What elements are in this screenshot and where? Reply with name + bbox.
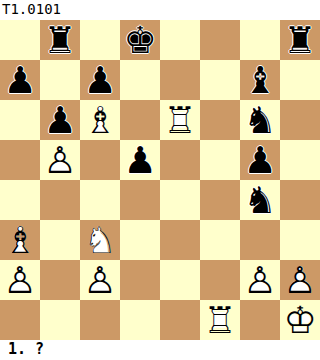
black-pawn: ♟	[240, 140, 280, 180]
square-f8[interactable]	[200, 20, 240, 60]
black-rook: ♜	[280, 20, 320, 60]
square-c8[interactable]	[80, 20, 120, 60]
square-a1[interactable]	[0, 300, 40, 340]
square-d4[interactable]	[120, 180, 160, 220]
square-f6[interactable]	[200, 100, 240, 140]
white-bishop: ♝	[80, 100, 120, 140]
white-pawn-outline: ♙	[0, 260, 40, 300]
square-d5[interactable]: ♟	[120, 140, 160, 180]
square-d3[interactable]	[120, 220, 160, 260]
black-bishop: ♝	[240, 60, 280, 100]
diagram-id-label: T1.0101	[2, 0, 61, 20]
square-h3[interactable]	[280, 220, 320, 260]
square-a3[interactable]: ♝♗	[0, 220, 40, 260]
square-b2[interactable]	[40, 260, 80, 300]
square-a2[interactable]: ♟♙	[0, 260, 40, 300]
square-f7[interactable]	[200, 60, 240, 100]
square-e6[interactable]: ♜♖	[160, 100, 200, 140]
square-e4[interactable]	[160, 180, 200, 220]
square-d1[interactable]	[120, 300, 160, 340]
square-g7[interactable]: ♝	[240, 60, 280, 100]
white-pawn-outline: ♙	[40, 140, 80, 180]
white-rook-outline: ♖	[200, 300, 240, 340]
white-pawn: ♟	[40, 140, 80, 180]
white-bishop-outline: ♗	[80, 100, 120, 140]
white-rook: ♜	[200, 300, 240, 340]
square-d7[interactable]	[120, 60, 160, 100]
square-b5[interactable]: ♟♙	[40, 140, 80, 180]
square-f3[interactable]	[200, 220, 240, 260]
square-e7[interactable]	[160, 60, 200, 100]
black-knight: ♞	[240, 180, 280, 220]
black-king: ♚	[120, 20, 160, 60]
square-h5[interactable]	[280, 140, 320, 180]
white-king-outline: ♔	[280, 300, 320, 340]
square-b6[interactable]: ♟	[40, 100, 80, 140]
square-c3[interactable]: ♞♘	[80, 220, 120, 260]
square-b8[interactable]: ♜	[40, 20, 80, 60]
square-g3[interactable]	[240, 220, 280, 260]
square-h2[interactable]: ♟♙	[280, 260, 320, 300]
white-bishop: ♝	[0, 220, 40, 260]
square-g4[interactable]: ♞	[240, 180, 280, 220]
square-c4[interactable]	[80, 180, 120, 220]
square-a4[interactable]	[0, 180, 40, 220]
square-h1[interactable]: ♚♔	[280, 300, 320, 340]
square-c5[interactable]	[80, 140, 120, 180]
square-e8[interactable]	[160, 20, 200, 60]
square-b4[interactable]	[40, 180, 80, 220]
black-pawn: ♟	[0, 60, 40, 100]
white-knight-outline: ♘	[80, 220, 120, 260]
square-f1[interactable]: ♜♖	[200, 300, 240, 340]
square-e1[interactable]	[160, 300, 200, 340]
square-c1[interactable]	[80, 300, 120, 340]
white-pawn: ♟	[240, 260, 280, 300]
white-knight: ♞	[80, 220, 120, 260]
square-g6[interactable]: ♞	[240, 100, 280, 140]
white-pawn: ♟	[0, 260, 40, 300]
chess-board: ♜♚♜♟♟♝♟♝♗♜♖♞♟♙♟♟♞♝♗♞♘♟♙♟♙♟♙♟♙♜♖♚♔	[0, 20, 320, 340]
black-pawn: ♟	[120, 140, 160, 180]
square-h8[interactable]: ♜	[280, 20, 320, 60]
black-pawn: ♟	[80, 60, 120, 100]
white-pawn-outline: ♙	[240, 260, 280, 300]
white-pawn-outline: ♙	[280, 260, 320, 300]
square-a8[interactable]	[0, 20, 40, 60]
white-pawn: ♟	[80, 260, 120, 300]
square-a5[interactable]	[0, 140, 40, 180]
square-d2[interactable]	[120, 260, 160, 300]
square-g1[interactable]	[240, 300, 280, 340]
square-h6[interactable]	[280, 100, 320, 140]
square-c2[interactable]: ♟♙	[80, 260, 120, 300]
white-rook: ♜	[160, 100, 200, 140]
black-knight: ♞	[240, 100, 280, 140]
chess-diagram-page: T1.0101 ♜♚♜♟♟♝♟♝♗♜♖♞♟♙♟♟♞♝♗♞♘♟♙♟♙♟♙♟♙♜♖♚…	[0, 0, 320, 360]
square-d6[interactable]	[120, 100, 160, 140]
square-c7[interactable]: ♟	[80, 60, 120, 100]
white-pawn-outline: ♙	[80, 260, 120, 300]
square-e2[interactable]	[160, 260, 200, 300]
black-rook: ♜	[40, 20, 80, 60]
black-pawn: ♟	[40, 100, 80, 140]
square-b7[interactable]	[40, 60, 80, 100]
white-rook-outline: ♖	[160, 100, 200, 140]
square-b3[interactable]	[40, 220, 80, 260]
square-d8[interactable]: ♚	[120, 20, 160, 60]
square-f5[interactable]	[200, 140, 240, 180]
square-e3[interactable]	[160, 220, 200, 260]
square-b1[interactable]	[40, 300, 80, 340]
move-prompt-label: 1. ?	[8, 340, 44, 360]
square-a6[interactable]	[0, 100, 40, 140]
square-a7[interactable]: ♟	[0, 60, 40, 100]
square-h4[interactable]	[280, 180, 320, 220]
square-c6[interactable]: ♝♗	[80, 100, 120, 140]
white-pawn: ♟	[280, 260, 320, 300]
square-f2[interactable]	[200, 260, 240, 300]
white-bishop-outline: ♗	[0, 220, 40, 260]
square-g2[interactable]: ♟♙	[240, 260, 280, 300]
square-f4[interactable]	[200, 180, 240, 220]
square-g5[interactable]: ♟	[240, 140, 280, 180]
square-e5[interactable]	[160, 140, 200, 180]
square-g8[interactable]	[240, 20, 280, 60]
square-h7[interactable]	[280, 60, 320, 100]
white-king: ♚	[280, 300, 320, 340]
